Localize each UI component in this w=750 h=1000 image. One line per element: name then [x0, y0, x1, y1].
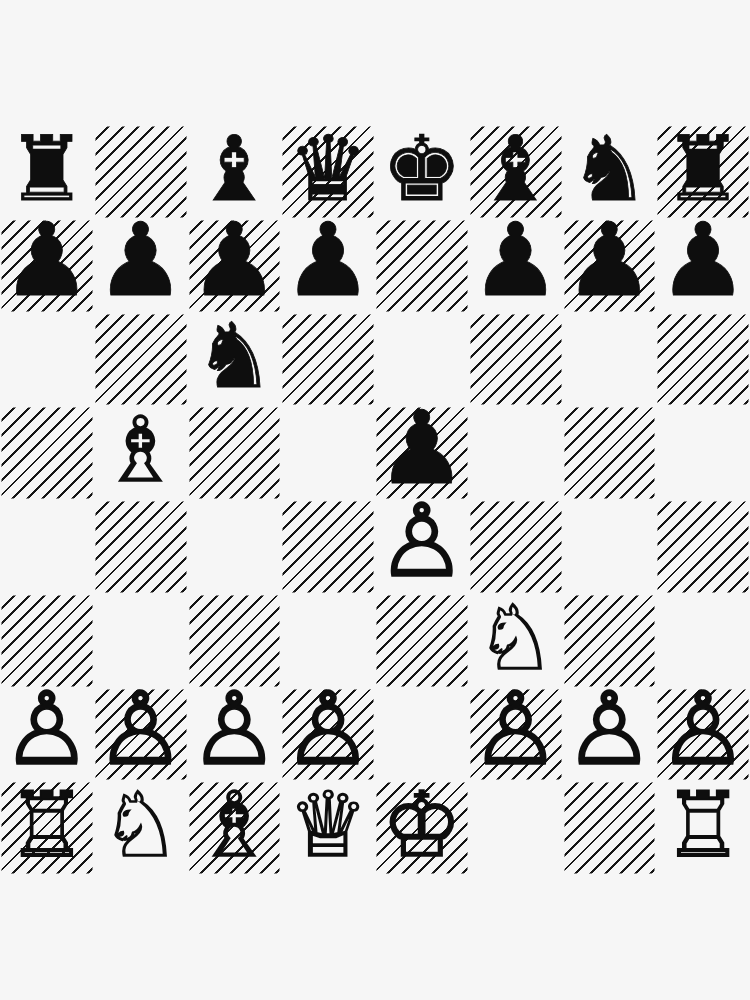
square-f8[interactable]: ♝ — [469, 125, 563, 219]
black-pawn: ♟ — [2, 219, 93, 311]
square-h2[interactable]: ♙ — [656, 688, 750, 782]
square-g5[interactable] — [563, 406, 657, 500]
square-h4[interactable] — [656, 500, 750, 594]
square-h1[interactable]: ♖ — [656, 781, 750, 875]
square-g2[interactable]: ♙ — [563, 688, 657, 782]
black-knight: ♞ — [194, 313, 275, 402]
square-b7[interactable]: ♟ — [94, 219, 188, 313]
square-e2[interactable] — [375, 688, 469, 782]
square-a6[interactable] — [0, 313, 94, 407]
square-c2[interactable]: ♙ — [188, 688, 282, 782]
square-h5[interactable] — [656, 406, 750, 500]
square-a3[interactable] — [0, 594, 94, 688]
white-knight: ♘ — [475, 594, 556, 683]
square-b4[interactable] — [94, 500, 188, 594]
square-c8[interactable]: ♝ — [188, 125, 282, 219]
white-pawn: ♙ — [189, 688, 280, 780]
square-e4[interactable]: ♙ — [375, 500, 469, 594]
square-h6[interactable] — [656, 313, 750, 407]
square-e8[interactable]: ♚ — [375, 125, 469, 219]
square-c5[interactable] — [188, 406, 282, 500]
square-c3[interactable] — [188, 594, 282, 688]
square-d1[interactable]: ♕ — [281, 781, 375, 875]
white-pawn: ♙ — [658, 688, 749, 780]
square-d5[interactable] — [281, 406, 375, 500]
square-d8[interactable]: ♛ — [281, 125, 375, 219]
black-rook: ♜ — [663, 125, 744, 214]
white-bishop: ♗ — [100, 406, 181, 495]
white-king: ♔ — [382, 781, 463, 870]
white-bishop: ♗ — [194, 781, 275, 870]
square-f7[interactable]: ♟ — [469, 219, 563, 313]
square-h3[interactable] — [656, 594, 750, 688]
white-queen: ♕ — [288, 781, 369, 870]
square-b6[interactable] — [94, 313, 188, 407]
black-bishop: ♝ — [475, 125, 556, 214]
white-pawn: ♙ — [2, 688, 93, 780]
square-b1[interactable]: ♘ — [94, 781, 188, 875]
black-queen: ♛ — [288, 125, 369, 214]
square-a4[interactable] — [0, 500, 94, 594]
square-d6[interactable] — [281, 313, 375, 407]
square-a8[interactable]: ♜ — [0, 125, 94, 219]
square-f4[interactable] — [469, 500, 563, 594]
black-pawn: ♟ — [658, 219, 749, 311]
square-g6[interactable] — [563, 313, 657, 407]
white-knight: ♘ — [100, 781, 181, 870]
square-e7[interactable] — [375, 219, 469, 313]
white-rook: ♖ — [663, 781, 744, 870]
square-a1[interactable]: ♖ — [0, 781, 94, 875]
white-pawn: ♙ — [377, 500, 468, 592]
black-pawn: ♟ — [564, 219, 655, 311]
square-b8[interactable] — [94, 125, 188, 219]
square-h7[interactable]: ♟ — [656, 219, 750, 313]
white-rook: ♖ — [7, 781, 88, 870]
square-d3[interactable] — [281, 594, 375, 688]
square-b3[interactable] — [94, 594, 188, 688]
square-f5[interactable] — [469, 406, 563, 500]
square-d4[interactable] — [281, 500, 375, 594]
square-a2[interactable]: ♙ — [0, 688, 94, 782]
square-h8[interactable]: ♜ — [656, 125, 750, 219]
black-pawn: ♟ — [377, 406, 468, 498]
square-a7[interactable]: ♟ — [0, 219, 94, 313]
square-f2[interactable]: ♙ — [469, 688, 563, 782]
square-b5[interactable]: ♗ — [94, 406, 188, 500]
square-d2[interactable]: ♙ — [281, 688, 375, 782]
black-pawn: ♟ — [189, 219, 280, 311]
diagram-canvas: ♜♝♛♚♝♞♜♟♟♟♟♟♟♟♞♗♟♙♘♙♙♙♙♙♙♙♖♘♗♕♔♖ — [0, 0, 750, 1000]
square-g7[interactable]: ♟ — [563, 219, 657, 313]
square-d7[interactable]: ♟ — [281, 219, 375, 313]
black-rook: ♜ — [7, 125, 88, 214]
black-knight: ♞ — [569, 125, 650, 214]
square-e5[interactable]: ♟ — [375, 406, 469, 500]
chess-board: ♜♝♛♚♝♞♜♟♟♟♟♟♟♟♞♗♟♙♘♙♙♙♙♙♙♙♖♘♗♕♔♖ — [0, 125, 750, 875]
square-c7[interactable]: ♟ — [188, 219, 282, 313]
square-g4[interactable] — [563, 500, 657, 594]
square-f1[interactable] — [469, 781, 563, 875]
square-f3[interactable]: ♘ — [469, 594, 563, 688]
square-c1[interactable]: ♗ — [188, 781, 282, 875]
black-pawn: ♟ — [470, 219, 561, 311]
black-king: ♚ — [382, 125, 463, 214]
square-b2[interactable]: ♙ — [94, 688, 188, 782]
square-e6[interactable] — [375, 313, 469, 407]
square-f6[interactable] — [469, 313, 563, 407]
black-pawn: ♟ — [283, 219, 374, 311]
square-g8[interactable]: ♞ — [563, 125, 657, 219]
white-pawn: ♙ — [95, 688, 186, 780]
square-c4[interactable] — [188, 500, 282, 594]
white-pawn: ♙ — [564, 688, 655, 780]
white-pawn: ♙ — [283, 688, 374, 780]
white-pawn: ♙ — [470, 688, 561, 780]
square-g1[interactable] — [563, 781, 657, 875]
square-e1[interactable]: ♔ — [375, 781, 469, 875]
black-pawn: ♟ — [95, 219, 186, 311]
black-bishop: ♝ — [194, 125, 275, 214]
square-a5[interactable] — [0, 406, 94, 500]
square-c6[interactable]: ♞ — [188, 313, 282, 407]
square-e3[interactable] — [375, 594, 469, 688]
square-g3[interactable] — [563, 594, 657, 688]
